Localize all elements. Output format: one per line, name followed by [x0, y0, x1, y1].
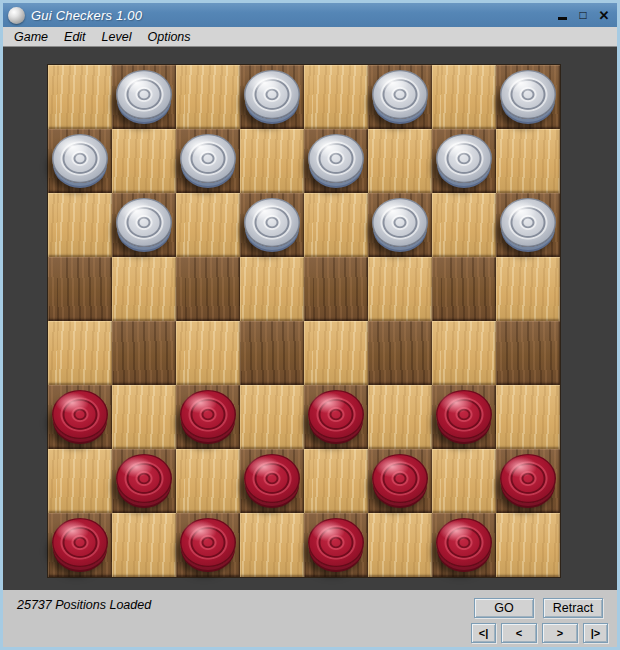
client-area [3, 47, 617, 590]
red-checker[interactable] [372, 454, 428, 503]
square-b1[interactable] [112, 513, 176, 577]
silver-checker[interactable] [308, 134, 364, 183]
square-h1[interactable] [496, 513, 560, 577]
minimize-button[interactable] [553, 7, 571, 23]
menu-game[interactable]: Game [6, 28, 56, 46]
square-a7[interactable] [48, 129, 112, 193]
nav-buttons: <| < > |> [471, 623, 608, 643]
square-e6[interactable] [304, 193, 368, 257]
titlebar[interactable]: Gui Checkers 1.00 □ ✕ [3, 3, 617, 27]
status-text: 25737 Positions Loaded [17, 598, 151, 612]
menu-bar: Game Edit Level Options [3, 27, 617, 47]
silver-checker[interactable] [244, 198, 300, 247]
close-button[interactable]: ✕ [595, 7, 613, 23]
square-h3[interactable] [496, 385, 560, 449]
square-b8[interactable] [112, 65, 176, 129]
square-d3[interactable] [240, 385, 304, 449]
window-controls: □ ✕ [553, 7, 613, 23]
app-checker-ball-icon [8, 7, 25, 24]
square-e7[interactable] [304, 129, 368, 193]
square-b3[interactable] [112, 385, 176, 449]
square-f2[interactable] [368, 449, 432, 513]
square-h7[interactable] [496, 129, 560, 193]
status-bar: 25737 Positions Loaded GO Retract <| < >… [3, 590, 617, 647]
square-d1[interactable] [240, 513, 304, 577]
square-g3[interactable] [432, 385, 496, 449]
square-d5[interactable] [240, 257, 304, 321]
square-f3[interactable] [368, 385, 432, 449]
red-checker[interactable] [52, 518, 108, 567]
square-a1[interactable] [48, 513, 112, 577]
square-f5[interactable] [368, 257, 432, 321]
square-d8[interactable] [240, 65, 304, 129]
red-checker[interactable] [436, 518, 492, 567]
square-c1[interactable] [176, 513, 240, 577]
square-c6[interactable] [176, 193, 240, 257]
square-g6[interactable] [432, 193, 496, 257]
prev-move-button[interactable]: < [501, 623, 537, 643]
silver-checker[interactable] [180, 134, 236, 183]
silver-checker[interactable] [500, 70, 556, 119]
square-f1[interactable] [368, 513, 432, 577]
square-c2[interactable] [176, 449, 240, 513]
square-d4[interactable] [240, 321, 304, 385]
next-move-button[interactable]: > [542, 623, 578, 643]
square-d6[interactable] [240, 193, 304, 257]
silver-checker[interactable] [372, 198, 428, 247]
square-c8[interactable] [176, 65, 240, 129]
red-checker[interactable] [308, 390, 364, 439]
square-a3[interactable] [48, 385, 112, 449]
red-checker[interactable] [436, 390, 492, 439]
red-checker[interactable] [180, 518, 236, 567]
square-f6[interactable] [368, 193, 432, 257]
square-a2[interactable] [48, 449, 112, 513]
square-c5[interactable] [176, 257, 240, 321]
square-e3[interactable] [304, 385, 368, 449]
square-g5[interactable] [432, 257, 496, 321]
red-checker[interactable] [244, 454, 300, 503]
square-e1[interactable] [304, 513, 368, 577]
window-title: Gui Checkers 1.00 [31, 8, 142, 23]
square-g8[interactable] [432, 65, 496, 129]
square-b7[interactable] [112, 129, 176, 193]
silver-checker[interactable] [500, 198, 556, 247]
square-g1[interactable] [432, 513, 496, 577]
silver-checker[interactable] [116, 198, 172, 247]
red-checker[interactable] [500, 454, 556, 503]
first-move-button[interactable]: <| [471, 623, 496, 643]
square-a8[interactable] [48, 65, 112, 129]
square-b4[interactable] [112, 321, 176, 385]
menu-level[interactable]: Level [94, 28, 140, 46]
board [47, 64, 561, 578]
square-d7[interactable] [240, 129, 304, 193]
square-d2[interactable] [240, 449, 304, 513]
square-f8[interactable] [368, 65, 432, 129]
retract-button[interactable]: Retract [543, 598, 603, 618]
minimize-icon [558, 17, 567, 20]
silver-checker[interactable] [372, 70, 428, 119]
red-checker[interactable] [308, 518, 364, 567]
square-c4[interactable] [176, 321, 240, 385]
silver-checker[interactable] [436, 134, 492, 183]
menu-edit[interactable]: Edit [56, 28, 94, 46]
square-g2[interactable] [432, 449, 496, 513]
square-b5[interactable] [112, 257, 176, 321]
silver-checker[interactable] [244, 70, 300, 119]
square-h4[interactable] [496, 321, 560, 385]
square-h5[interactable] [496, 257, 560, 321]
square-b2[interactable] [112, 449, 176, 513]
red-checker[interactable] [116, 454, 172, 503]
square-h6[interactable] [496, 193, 560, 257]
square-f4[interactable] [368, 321, 432, 385]
square-a6[interactable] [48, 193, 112, 257]
square-e2[interactable] [304, 449, 368, 513]
app-window: Gui Checkers 1.00 □ ✕ Game Edit Level Op… [0, 0, 620, 650]
maximize-button[interactable]: □ [574, 7, 592, 23]
square-e5[interactable] [304, 257, 368, 321]
last-move-button[interactable]: |> [583, 623, 608, 643]
go-button[interactable]: GO [474, 598, 534, 618]
silver-checker[interactable] [116, 70, 172, 119]
square-a5[interactable] [48, 257, 112, 321]
square-h2[interactable] [496, 449, 560, 513]
red-checker[interactable] [52, 390, 108, 439]
action-buttons: GO Retract [474, 598, 603, 618]
square-a4[interactable] [48, 321, 112, 385]
menu-options[interactable]: Options [139, 28, 198, 46]
square-e8[interactable] [304, 65, 368, 129]
silver-checker[interactable] [52, 134, 108, 183]
square-c7[interactable] [176, 129, 240, 193]
square-h8[interactable] [496, 65, 560, 129]
square-e4[interactable] [304, 321, 368, 385]
red-checker[interactable] [180, 390, 236, 439]
square-c3[interactable] [176, 385, 240, 449]
square-b6[interactable] [112, 193, 176, 257]
square-g4[interactable] [432, 321, 496, 385]
square-f7[interactable] [368, 129, 432, 193]
square-g7[interactable] [432, 129, 496, 193]
